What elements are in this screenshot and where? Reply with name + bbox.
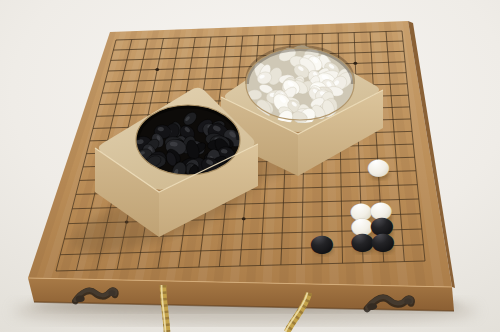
star-point: [242, 217, 246, 220]
scene-canvas: ●●●●●●●●: [0, 0, 500, 332]
go-set-product-photo: ●●●●●●●●: [0, 0, 500, 332]
star-point: [155, 68, 159, 71]
black-stone-on-board: ●: [309, 228, 334, 256]
star-point: [353, 62, 357, 65]
black-stone-on-board: ●: [370, 227, 395, 255]
white-stone-on-board: ●: [367, 154, 391, 180]
